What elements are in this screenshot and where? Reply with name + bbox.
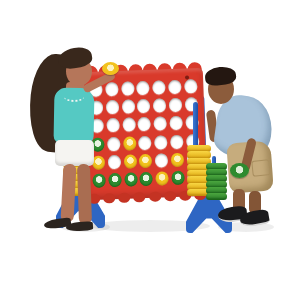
giant-connect-four-scene [0, 0, 285, 285]
board-cell-r6c4 [140, 172, 153, 186]
board-cell-r6c3 [124, 172, 137, 186]
board-cell-r3c3 [122, 118, 135, 132]
board-cell-r1c2 [105, 82, 118, 96]
green-ring [206, 193, 227, 200]
board-cell-r4c3 [123, 136, 136, 150]
board-cell-r6c5 [156, 171, 169, 185]
board-cell-r4c2 [107, 136, 120, 150]
board-cell-r4c6 [170, 134, 183, 148]
board-cell-r5c3 [123, 154, 136, 168]
girl-leg [77, 164, 92, 224]
board-cell-r1c4 [137, 81, 150, 95]
board-cell-r3c4 [138, 117, 151, 131]
board-cell-r5c5 [155, 153, 168, 167]
board-cell-r1c5 [152, 80, 165, 94]
right-green-ring-stack [206, 160, 227, 200]
girl-held-yellow-disc [102, 62, 119, 75]
board-cell-r6c2 [108, 173, 121, 187]
board-cell-r2c4 [137, 99, 150, 113]
board-cell-r5c1 [92, 155, 105, 169]
board-grid [88, 77, 202, 190]
board-cell-r1c7 [184, 79, 197, 93]
board-cell-r2c3 [122, 100, 135, 114]
board-cell-r6c6 [171, 171, 184, 185]
board-cell-r3c5 [154, 117, 167, 131]
board-cell-r5c4 [139, 153, 152, 167]
board-cell-r2c5 [153, 98, 166, 112]
board-cell-r3c2 [107, 118, 120, 132]
board-cell-r1c6 [168, 80, 181, 94]
girl-shorts [55, 140, 94, 166]
board-cell-r5c2 [108, 155, 121, 169]
board-cell-r5c6 [171, 152, 184, 166]
board-cell-r2c2 [106, 100, 119, 114]
board-cell-r4c5 [154, 135, 167, 149]
board-cell-r1c3 [121, 81, 134, 95]
girl-necklace [64, 92, 84, 102]
board-cell-r3c6 [169, 116, 182, 130]
boy-held-green-disc [230, 163, 249, 178]
board-cell-r6c1 [93, 173, 106, 187]
board-cell-r2c6 [169, 98, 182, 112]
boy-cargo-pocket [251, 159, 271, 177]
board-cell-r4c4 [139, 135, 152, 149]
